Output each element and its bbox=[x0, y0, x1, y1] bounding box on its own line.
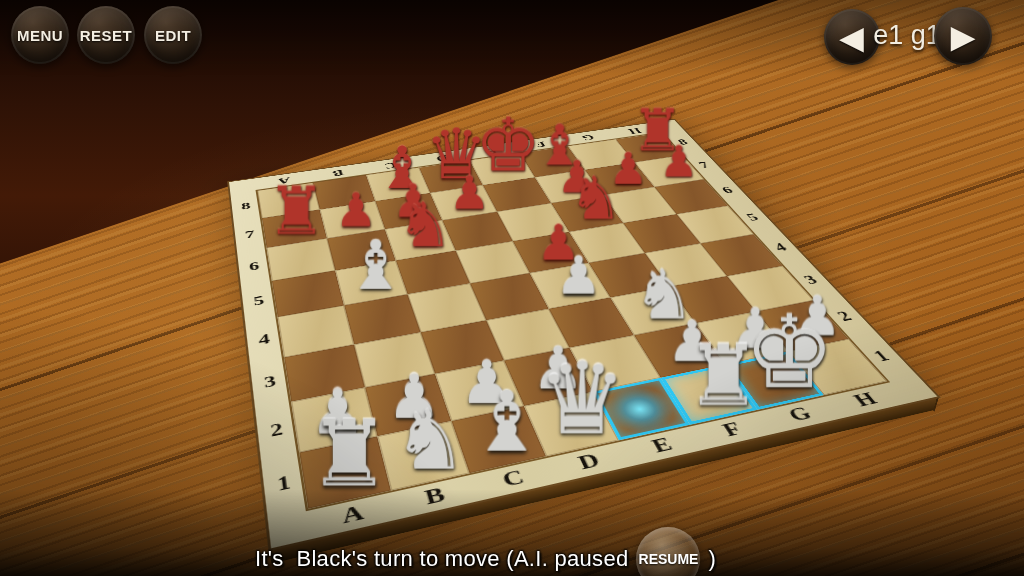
white-rook[interactable]: ♜ bbox=[308, 411, 390, 498]
board-square[interactable]: ♝ bbox=[335, 260, 408, 305]
board-square[interactable] bbox=[278, 305, 354, 357]
white-knight[interactable]: ♞ bbox=[393, 402, 467, 480]
move-label: e1 g1 bbox=[872, 20, 942, 51]
board-scene: ABCDEFGH ABCDEFGH 87654321 87654321 ♝♛♚♝… bbox=[0, 0, 1024, 576]
white-queen[interactable]: ♛ bbox=[537, 352, 626, 446]
rank-label: 8 bbox=[230, 191, 261, 223]
white-bishop[interactable]: ♝ bbox=[345, 234, 406, 298]
black-rook[interactable]: ♜ bbox=[267, 179, 326, 242]
right-arrow-icon: ▶ bbox=[951, 19, 975, 54]
status-text: It's Black's turn to move (A.I. paused bbox=[255, 546, 628, 572]
status-bar: It's Black's turn to move (A.I. paused R… bbox=[255, 527, 716, 576]
white-rook[interactable]: ♜ bbox=[685, 336, 760, 415]
reset-button[interactable]: RESET bbox=[77, 6, 135, 64]
status-text-suffix: ) bbox=[708, 546, 716, 572]
rank-label: 7 bbox=[234, 218, 267, 253]
black-pawn[interactable]: ♟ bbox=[659, 141, 698, 182]
black-pawn[interactable]: ♟ bbox=[449, 172, 490, 215]
board-square[interactable]: ♟ bbox=[530, 263, 610, 309]
resume-button[interactable]: RESUME bbox=[636, 527, 700, 576]
white-pawn[interactable]: ♟ bbox=[556, 253, 602, 302]
edit-button[interactable]: EDIT bbox=[144, 6, 202, 64]
menu-button[interactable]: MENU bbox=[11, 6, 69, 64]
board-square[interactable]: ♜ bbox=[299, 436, 390, 509]
white-bishop[interactable]: ♝ bbox=[470, 384, 545, 463]
next-move-button[interactable]: ▶ bbox=[934, 7, 992, 65]
left-arrow-icon: ◀ bbox=[840, 20, 864, 55]
board-square[interactable]: ♜ bbox=[262, 209, 327, 247]
